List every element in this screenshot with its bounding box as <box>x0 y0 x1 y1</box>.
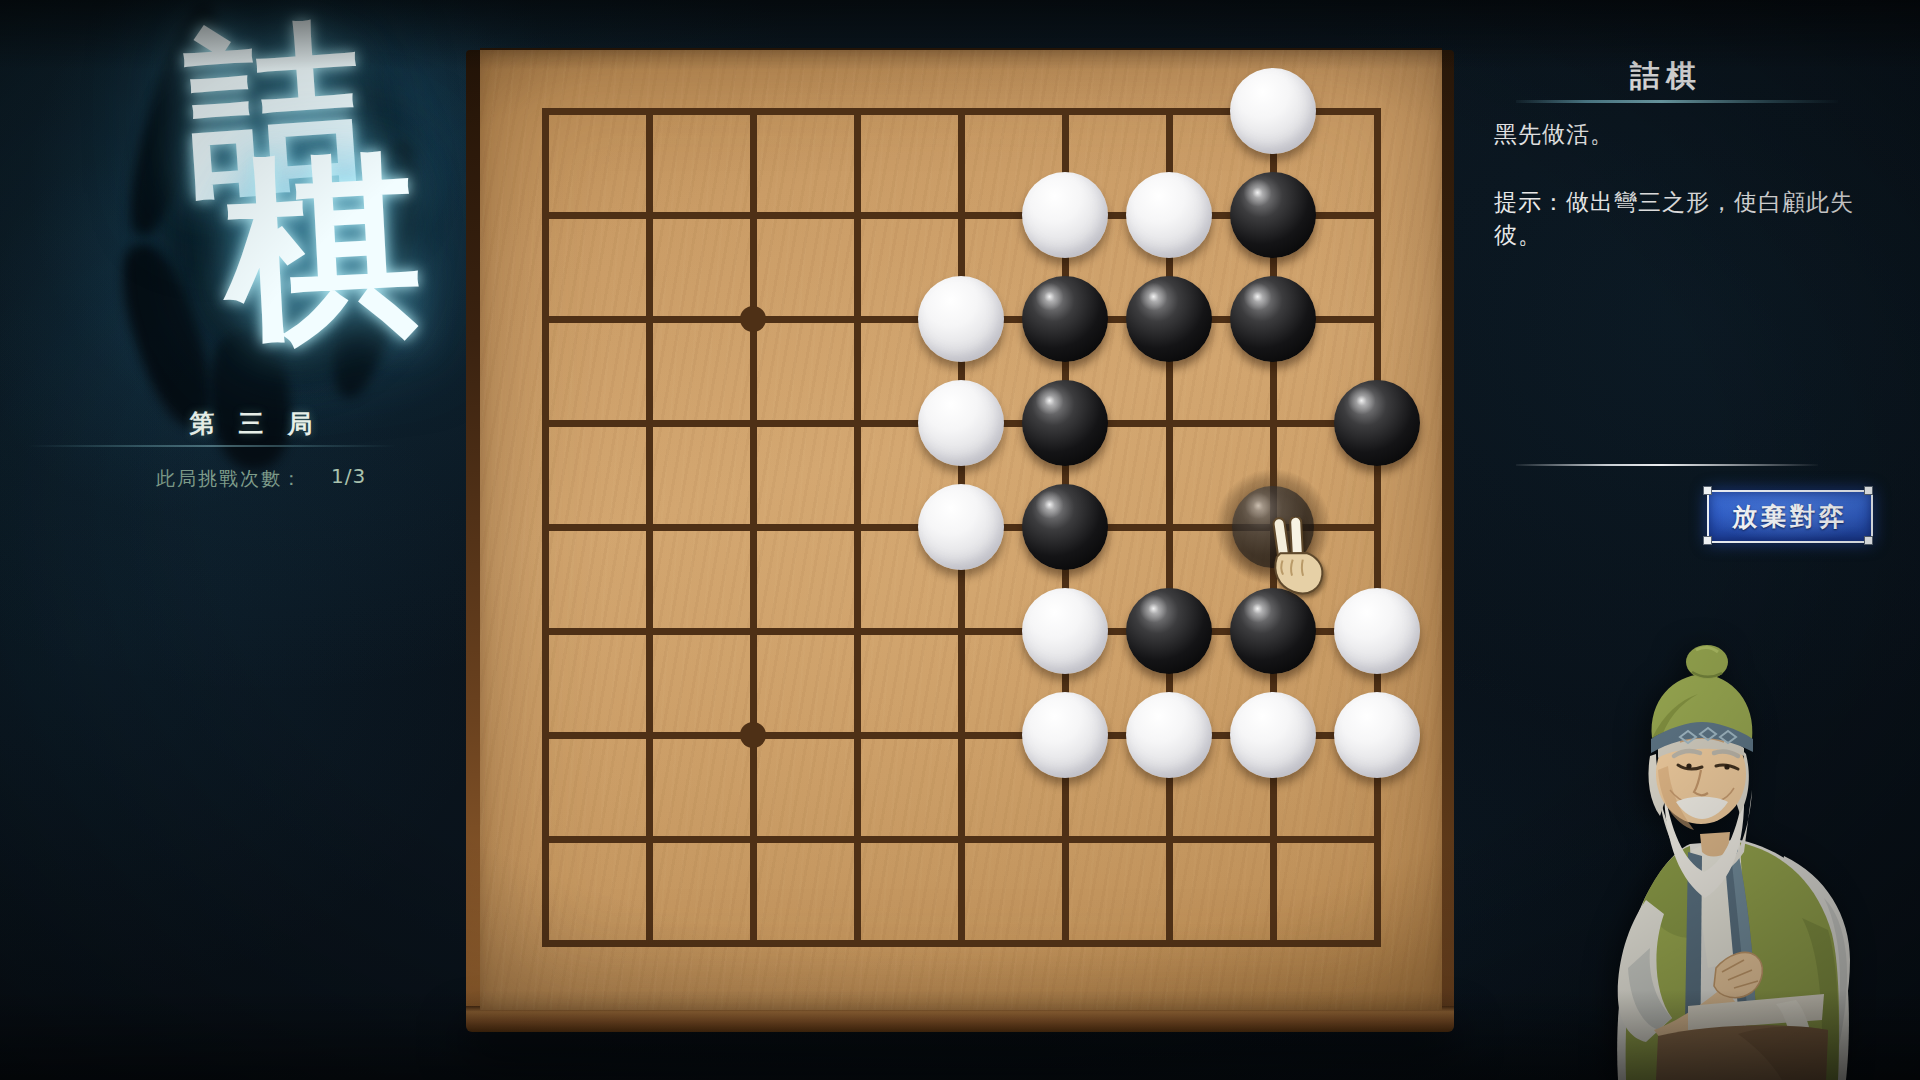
star-point <box>740 722 766 748</box>
hint-text: 提示：做出彎三之形，使白顧此失彼。 <box>1494 186 1872 252</box>
stone-white: ○ <box>918 484 1004 570</box>
button-corner-ornament <box>1703 536 1712 545</box>
star-point <box>740 306 766 332</box>
stone-black: ● <box>1230 172 1316 258</box>
attempts-label: 此局挑戰次數： <box>156 466 303 492</box>
grid-line-horizontal <box>542 940 1381 947</box>
stone-black: ● <box>1334 380 1420 466</box>
stone-black: ● <box>1022 380 1108 466</box>
old-man-character <box>1588 638 1920 1080</box>
stone-white: ○ <box>1334 588 1420 674</box>
stone-black: ● <box>1022 276 1108 362</box>
calligraphy-title-char-2: 棋 <box>220 145 425 350</box>
stone-black: ● <box>1126 276 1212 362</box>
go-puzzle-screen: 詰 棋 第三局 此局挑戰次數： 1/3 ○○○●○●●●○●●○●○●●○○○○… <box>0 0 1920 1080</box>
button-corner-ornament <box>1864 536 1873 545</box>
hand-cursor-icon <box>1267 517 1331 601</box>
stone-white: ○ <box>1022 588 1108 674</box>
objective-text: 黑先做活。 <box>1494 119 1874 150</box>
attempts-value: 1/3 <box>331 464 366 488</box>
button-corner-ornament <box>1864 486 1873 495</box>
title-divider-line <box>1516 100 1838 103</box>
calligraphy-panel: 詰 棋 <box>40 0 460 470</box>
button-corner-ornament <box>1703 486 1712 495</box>
stone-black: ● <box>1022 484 1108 570</box>
stone-white: ○ <box>918 276 1004 362</box>
stone-white: ○ <box>918 380 1004 466</box>
puzzle-panel-title: 詰棋 <box>1492 56 1840 97</box>
grid-line-horizontal <box>542 836 1381 843</box>
stone-black: ● <box>1230 276 1316 362</box>
stone-white: ○ <box>1230 68 1316 154</box>
stone-white: ○ <box>1126 172 1212 258</box>
stone-black: ● <box>1126 588 1212 674</box>
stone-white: ○ <box>1022 692 1108 778</box>
stone-white: ○ <box>1022 172 1108 258</box>
stone-white: ○ <box>1230 692 1316 778</box>
board-right-edge <box>1440 50 1454 1008</box>
stone-white: ○ <box>1126 692 1212 778</box>
stage-divider-line <box>28 445 396 447</box>
stage-label: 第三局 <box>96 407 406 440</box>
grid-line-vertical <box>1374 108 1381 947</box>
surrender-button[interactable]: 放棄對弈 <box>1707 490 1873 543</box>
stone-white: ○ <box>1334 692 1420 778</box>
button-divider-line <box>1516 464 1818 466</box>
